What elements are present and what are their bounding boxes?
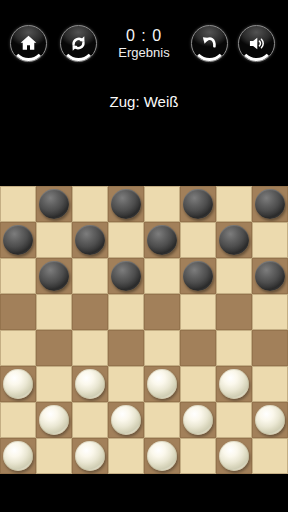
square-h1[interactable] bbox=[252, 438, 288, 474]
square-b2[interactable] bbox=[36, 402, 72, 438]
square-d7[interactable] bbox=[108, 222, 144, 258]
black-man[interactable] bbox=[147, 225, 177, 255]
square-a3[interactable] bbox=[0, 366, 36, 402]
square-d2[interactable] bbox=[108, 402, 144, 438]
square-f3[interactable] bbox=[180, 366, 216, 402]
square-b3[interactable] bbox=[36, 366, 72, 402]
app-screen: 0 : 0 Ergebnis bbox=[0, 0, 288, 512]
square-h3[interactable] bbox=[252, 366, 288, 402]
square-c7[interactable] bbox=[72, 222, 108, 258]
square-b7[interactable] bbox=[36, 222, 72, 258]
square-c3[interactable] bbox=[72, 366, 108, 402]
square-a5[interactable] bbox=[0, 294, 36, 330]
square-f7[interactable] bbox=[180, 222, 216, 258]
toolbar-left-group bbox=[10, 25, 97, 62]
square-f6[interactable] bbox=[180, 258, 216, 294]
square-d1[interactable] bbox=[108, 438, 144, 474]
white-man[interactable] bbox=[75, 369, 105, 399]
black-man[interactable] bbox=[183, 261, 213, 291]
score-label: Ergebnis bbox=[97, 46, 191, 60]
black-man[interactable] bbox=[219, 225, 249, 255]
board bbox=[0, 186, 288, 474]
square-c6[interactable] bbox=[72, 258, 108, 294]
square-c8[interactable] bbox=[72, 186, 108, 222]
white-man[interactable] bbox=[3, 441, 33, 471]
square-a7[interactable] bbox=[0, 222, 36, 258]
restart-button[interactable] bbox=[60, 25, 97, 62]
square-a4[interactable] bbox=[0, 330, 36, 366]
square-b8[interactable] bbox=[36, 186, 72, 222]
home-icon bbox=[18, 33, 39, 54]
square-d4[interactable] bbox=[108, 330, 144, 366]
white-man[interactable] bbox=[147, 441, 177, 471]
black-man[interactable] bbox=[75, 225, 105, 255]
white-man[interactable] bbox=[3, 369, 33, 399]
square-c4[interactable] bbox=[72, 330, 108, 366]
square-f2[interactable] bbox=[180, 402, 216, 438]
undo-icon bbox=[199, 33, 220, 54]
square-g4[interactable] bbox=[216, 330, 252, 366]
toolbar: 0 : 0 Ergebnis bbox=[0, 25, 288, 62]
square-g1[interactable] bbox=[216, 438, 252, 474]
turn-indicator: Zug: Weiß bbox=[0, 93, 288, 110]
white-man[interactable] bbox=[183, 405, 213, 435]
square-h8[interactable] bbox=[252, 186, 288, 222]
square-g8[interactable] bbox=[216, 186, 252, 222]
home-button[interactable] bbox=[10, 25, 47, 62]
square-f1[interactable] bbox=[180, 438, 216, 474]
square-g7[interactable] bbox=[216, 222, 252, 258]
square-e7[interactable] bbox=[144, 222, 180, 258]
square-e4[interactable] bbox=[144, 330, 180, 366]
black-man[interactable] bbox=[183, 189, 213, 219]
square-d8[interactable] bbox=[108, 186, 144, 222]
toolbar-right-group bbox=[191, 25, 275, 62]
undo-button[interactable] bbox=[191, 25, 228, 62]
square-b1[interactable] bbox=[36, 438, 72, 474]
square-b6[interactable] bbox=[36, 258, 72, 294]
square-d5[interactable] bbox=[108, 294, 144, 330]
square-b5[interactable] bbox=[36, 294, 72, 330]
black-man[interactable] bbox=[111, 189, 141, 219]
black-man[interactable] bbox=[255, 261, 285, 291]
square-h7[interactable] bbox=[252, 222, 288, 258]
score-display: 0 : 0 Ergebnis bbox=[97, 27, 191, 61]
square-h2[interactable] bbox=[252, 402, 288, 438]
square-f5[interactable] bbox=[180, 294, 216, 330]
square-f8[interactable] bbox=[180, 186, 216, 222]
square-a8[interactable] bbox=[0, 186, 36, 222]
square-g6[interactable] bbox=[216, 258, 252, 294]
square-g3[interactable] bbox=[216, 366, 252, 402]
square-e8[interactable] bbox=[144, 186, 180, 222]
square-e6[interactable] bbox=[144, 258, 180, 294]
white-man[interactable] bbox=[219, 369, 249, 399]
black-man[interactable] bbox=[255, 189, 285, 219]
score-value: 0 : 0 bbox=[97, 27, 191, 45]
square-h6[interactable] bbox=[252, 258, 288, 294]
square-e5[interactable] bbox=[144, 294, 180, 330]
square-f4[interactable] bbox=[180, 330, 216, 366]
speaker-icon bbox=[246, 33, 267, 54]
square-c2[interactable] bbox=[72, 402, 108, 438]
square-c5[interactable] bbox=[72, 294, 108, 330]
square-b4[interactable] bbox=[36, 330, 72, 366]
black-man[interactable] bbox=[3, 225, 33, 255]
white-man[interactable] bbox=[255, 405, 285, 435]
square-h5[interactable] bbox=[252, 294, 288, 330]
square-e1[interactable] bbox=[144, 438, 180, 474]
square-a1[interactable] bbox=[0, 438, 36, 474]
white-man[interactable] bbox=[147, 369, 177, 399]
white-man[interactable] bbox=[39, 405, 69, 435]
sound-button[interactable] bbox=[238, 25, 275, 62]
white-man[interactable] bbox=[219, 441, 249, 471]
white-man[interactable] bbox=[111, 405, 141, 435]
square-g5[interactable] bbox=[216, 294, 252, 330]
square-h4[interactable] bbox=[252, 330, 288, 366]
square-e2[interactable] bbox=[144, 402, 180, 438]
square-e3[interactable] bbox=[144, 366, 180, 402]
black-man[interactable] bbox=[39, 189, 69, 219]
square-g2[interactable] bbox=[216, 402, 252, 438]
square-a2[interactable] bbox=[0, 402, 36, 438]
white-man[interactable] bbox=[75, 441, 105, 471]
restart-icon bbox=[68, 33, 89, 54]
black-man[interactable] bbox=[39, 261, 69, 291]
square-d6[interactable] bbox=[108, 258, 144, 294]
square-d3[interactable] bbox=[108, 366, 144, 402]
black-man[interactable] bbox=[111, 261, 141, 291]
square-c1[interactable] bbox=[72, 438, 108, 474]
square-a6[interactable] bbox=[0, 258, 36, 294]
